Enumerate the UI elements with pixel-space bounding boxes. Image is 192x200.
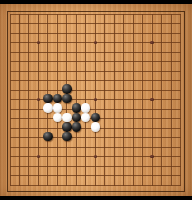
grid-line-vertical	[104, 14, 105, 186]
grid-line-horizontal	[10, 109, 182, 110]
black-stone	[62, 94, 71, 103]
grid-line-vertical	[171, 14, 172, 186]
black-stone	[72, 103, 81, 112]
grid-line-horizontal	[10, 185, 182, 186]
black-stone	[62, 122, 71, 131]
go-board[interactable]	[0, 4, 192, 196]
white-stone	[62, 113, 71, 122]
grid-line-vertical	[114, 14, 115, 186]
black-stone	[43, 132, 52, 141]
grid-line-horizontal	[10, 137, 182, 138]
black-stone	[43, 94, 52, 103]
grid-line-horizontal	[10, 166, 182, 167]
grid-line-vertical	[161, 14, 162, 186]
grid-line-vertical	[142, 14, 143, 186]
black-stone	[62, 132, 71, 141]
grid-line-horizontal	[10, 175, 182, 176]
screenshot-root	[0, 0, 192, 200]
black-stone	[62, 84, 71, 93]
white-stone	[53, 103, 62, 112]
grid-line-vertical	[123, 14, 124, 186]
grid-line-vertical	[180, 14, 181, 186]
grid-line-vertical	[133, 14, 134, 186]
grid-line-horizontal	[10, 147, 182, 148]
white-stone	[91, 122, 100, 131]
black-stone	[72, 122, 81, 131]
white-stone	[43, 103, 52, 112]
